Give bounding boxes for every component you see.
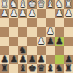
black-pawn: ♟ xyxy=(37,55,45,64)
white-bishop: ♝ xyxy=(19,0,27,9)
square-d5[interactable]: ♟ xyxy=(37,37,46,46)
square-b8[interactable]: ♞ xyxy=(55,64,64,73)
black-pawn: ♟ xyxy=(19,55,27,64)
square-d2[interactable] xyxy=(37,9,46,18)
black-king: ♚ xyxy=(28,64,36,73)
square-c1[interactable]: ♝ xyxy=(46,0,55,9)
square-c7[interactable] xyxy=(46,55,55,64)
square-b4[interactable] xyxy=(55,27,64,36)
square-f8[interactable]: ♝ xyxy=(18,64,27,73)
white-pawn: ♟ xyxy=(19,9,27,18)
chess-board: ♜♞♝♚♛♝♞♜♟♟♟♟♟♟♟♟♟♟♞♟♟♟♟♟♟♜♝♚♛♝♞♜ xyxy=(0,0,73,73)
square-d8[interactable]: ♛ xyxy=(37,64,46,73)
square-e3[interactable] xyxy=(27,18,36,27)
black-rook: ♜ xyxy=(1,64,9,73)
square-f7[interactable]: ♟ xyxy=(18,55,27,64)
black-pawn: ♟ xyxy=(55,37,63,46)
square-e6[interactable] xyxy=(27,46,36,55)
square-a4[interactable] xyxy=(64,27,73,36)
square-a7[interactable]: ♟ xyxy=(64,55,73,64)
square-d4[interactable] xyxy=(37,27,46,36)
black-pawn: ♟ xyxy=(46,37,54,46)
square-e8[interactable]: ♚ xyxy=(27,64,36,73)
white-king: ♚ xyxy=(28,0,36,9)
square-g2[interactable]: ♟ xyxy=(9,9,18,18)
square-g5[interactable] xyxy=(9,37,18,46)
white-bishop: ♝ xyxy=(46,0,54,9)
white-knight: ♞ xyxy=(10,0,18,9)
square-c2[interactable] xyxy=(46,9,55,18)
square-c3[interactable] xyxy=(46,18,55,27)
square-b5[interactable]: ♟ xyxy=(55,37,64,46)
square-e4[interactable] xyxy=(27,27,36,36)
square-g4[interactable] xyxy=(9,27,18,36)
white-queen: ♛ xyxy=(37,0,45,9)
square-h1[interactable]: ♜ xyxy=(0,0,9,9)
square-e7[interactable]: ♟ xyxy=(27,55,36,64)
white-pawn: ♟ xyxy=(10,9,18,18)
square-h6[interactable] xyxy=(0,46,9,55)
square-a1[interactable]: ♜ xyxy=(64,0,73,9)
square-f2[interactable]: ♟ xyxy=(18,9,27,18)
black-pawn: ♟ xyxy=(64,55,72,64)
white-pawn: ♟ xyxy=(46,27,54,36)
square-h3[interactable] xyxy=(0,18,9,27)
square-g7[interactable]: ♟ xyxy=(9,55,18,64)
square-f3[interactable] xyxy=(18,18,27,27)
square-c5[interactable]: ♟ xyxy=(46,37,55,46)
square-c6[interactable] xyxy=(46,46,55,55)
black-rook: ♜ xyxy=(64,64,72,73)
square-a2[interactable]: ♟ xyxy=(64,9,73,18)
square-a3[interactable] xyxy=(64,18,73,27)
square-d6[interactable] xyxy=(37,46,46,55)
black-queen: ♛ xyxy=(37,64,45,73)
square-e5[interactable] xyxy=(27,37,36,46)
square-h2[interactable]: ♟ xyxy=(0,9,9,18)
square-c4[interactable]: ♟ xyxy=(46,27,55,36)
black-bishop: ♝ xyxy=(46,64,54,73)
square-d1[interactable]: ♛ xyxy=(37,0,46,9)
black-pawn: ♟ xyxy=(10,55,18,64)
white-pawn: ♟ xyxy=(1,9,9,18)
square-b3[interactable] xyxy=(55,18,64,27)
black-knight: ♞ xyxy=(55,64,63,73)
white-pawn: ♟ xyxy=(55,9,63,18)
square-b1[interactable]: ♞ xyxy=(55,0,64,9)
white-rook: ♜ xyxy=(1,0,9,9)
black-pawn: ♟ xyxy=(1,55,9,64)
square-b7[interactable] xyxy=(55,55,64,64)
white-pawn: ♟ xyxy=(37,37,45,46)
square-h4[interactable] xyxy=(0,27,9,36)
square-a8[interactable]: ♜ xyxy=(64,64,73,73)
square-a6[interactable] xyxy=(64,46,73,55)
square-h8[interactable]: ♜ xyxy=(0,64,9,73)
white-pawn: ♟ xyxy=(64,9,72,18)
square-d3[interactable] xyxy=(37,18,46,27)
square-g1[interactable]: ♞ xyxy=(9,0,18,9)
square-e2[interactable]: ♟ xyxy=(27,9,36,18)
square-g3[interactable] xyxy=(9,18,18,27)
white-knight: ♞ xyxy=(55,0,63,9)
square-d7[interactable]: ♟ xyxy=(37,55,46,64)
square-c8[interactable]: ♝ xyxy=(46,64,55,73)
square-g6[interactable] xyxy=(9,46,18,55)
square-f5[interactable] xyxy=(18,37,27,46)
square-h7[interactable]: ♟ xyxy=(0,55,9,64)
black-bishop: ♝ xyxy=(19,64,27,73)
white-rook: ♜ xyxy=(64,0,72,9)
square-f6[interactable]: ♞ xyxy=(18,46,27,55)
black-knight: ♞ xyxy=(19,46,27,55)
square-e1[interactable]: ♚ xyxy=(27,0,36,9)
square-b2[interactable]: ♟ xyxy=(55,9,64,18)
square-f4[interactable] xyxy=(18,27,27,36)
square-b6[interactable] xyxy=(55,46,64,55)
square-f1[interactable]: ♝ xyxy=(18,0,27,9)
black-pawn: ♟ xyxy=(28,55,36,64)
square-h5[interactable] xyxy=(0,37,9,46)
square-g8[interactable] xyxy=(9,64,18,73)
square-a5[interactable] xyxy=(64,37,73,46)
white-pawn: ♟ xyxy=(28,9,36,18)
